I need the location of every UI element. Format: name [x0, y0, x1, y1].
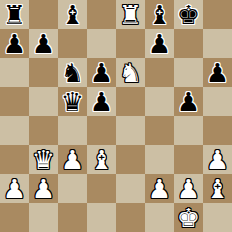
black-pawn[interactable]: ♟: [90, 60, 113, 86]
square-g7[interactable]: [174, 29, 203, 58]
square-h8[interactable]: [203, 0, 232, 29]
square-h1[interactable]: [203, 203, 232, 232]
square-h6[interactable]: ♟: [203, 58, 232, 87]
square-c5[interactable]: ♛: [58, 87, 87, 116]
white-pawn[interactable]: ♟: [148, 176, 171, 202]
square-e3[interactable]: [116, 145, 145, 174]
square-a2[interactable]: ♟: [0, 174, 29, 203]
square-a1[interactable]: [0, 203, 29, 232]
black-king[interactable]: ♚: [177, 2, 200, 28]
square-h4[interactable]: [203, 116, 232, 145]
square-b6[interactable]: [29, 58, 58, 87]
square-g4[interactable]: [174, 116, 203, 145]
square-b8[interactable]: [29, 0, 58, 29]
square-b5[interactable]: [29, 87, 58, 116]
black-bishop[interactable]: ♝: [148, 2, 171, 28]
black-pawn[interactable]: ♟: [148, 31, 171, 57]
square-h7[interactable]: [203, 29, 232, 58]
white-king[interactable]: ♚: [177, 205, 200, 231]
square-g3[interactable]: [174, 145, 203, 174]
square-e6[interactable]: ♞: [116, 58, 145, 87]
white-knight[interactable]: ♞: [119, 60, 142, 86]
white-queen[interactable]: ♛: [32, 147, 55, 173]
white-rook[interactable]: ♜: [119, 2, 142, 28]
square-g5[interactable]: ♟: [174, 87, 203, 116]
square-h2[interactable]: ♝: [203, 174, 232, 203]
square-e4[interactable]: [116, 116, 145, 145]
square-b1[interactable]: [29, 203, 58, 232]
square-g6[interactable]: [174, 58, 203, 87]
square-d1[interactable]: [87, 203, 116, 232]
white-pawn[interactable]: ♟: [177, 176, 200, 202]
square-e2[interactable]: [116, 174, 145, 203]
square-a4[interactable]: [0, 116, 29, 145]
square-g2[interactable]: ♟: [174, 174, 203, 203]
square-d3[interactable]: ♝: [87, 145, 116, 174]
square-f2[interactable]: ♟: [145, 174, 174, 203]
square-c1[interactable]: [58, 203, 87, 232]
square-e5[interactable]: [116, 87, 145, 116]
square-c8[interactable]: ♝: [58, 0, 87, 29]
square-c3[interactable]: ♟: [58, 145, 87, 174]
square-f8[interactable]: ♝: [145, 0, 174, 29]
square-c4[interactable]: [58, 116, 87, 145]
square-h3[interactable]: ♟: [203, 145, 232, 174]
square-b2[interactable]: ♟: [29, 174, 58, 203]
square-f6[interactable]: [145, 58, 174, 87]
square-g8[interactable]: ♚: [174, 0, 203, 29]
square-h5[interactable]: [203, 87, 232, 116]
square-d7[interactable]: [87, 29, 116, 58]
square-b4[interactable]: [29, 116, 58, 145]
black-knight[interactable]: ♞: [61, 60, 84, 86]
black-queen[interactable]: ♛: [61, 89, 84, 115]
black-pawn[interactable]: ♟: [3, 31, 26, 57]
white-pawn[interactable]: ♟: [3, 176, 26, 202]
square-c2[interactable]: [58, 174, 87, 203]
square-e7[interactable]: [116, 29, 145, 58]
square-f1[interactable]: [145, 203, 174, 232]
square-g1[interactable]: ♚: [174, 203, 203, 232]
square-e8[interactable]: ♜: [116, 0, 145, 29]
square-d2[interactable]: [87, 174, 116, 203]
square-f4[interactable]: [145, 116, 174, 145]
white-pawn[interactable]: ♟: [61, 147, 84, 173]
white-pawn[interactable]: ♟: [32, 176, 55, 202]
square-a7[interactable]: ♟: [0, 29, 29, 58]
square-d6[interactable]: ♟: [87, 58, 116, 87]
black-pawn[interactable]: ♟: [206, 60, 229, 86]
black-pawn[interactable]: ♟: [90, 89, 113, 115]
square-d5[interactable]: ♟: [87, 87, 116, 116]
chess-board: ♜♝♜♝♚♟♟♟♞♟♞♟♛♟♟♛♟♝♟♟♟♟♟♝♚: [0, 0, 232, 232]
black-rook[interactable]: ♜: [3, 2, 26, 28]
square-a3[interactable]: [0, 145, 29, 174]
white-bishop[interactable]: ♝: [206, 176, 229, 202]
square-f3[interactable]: [145, 145, 174, 174]
black-bishop[interactable]: ♝: [61, 2, 84, 28]
black-pawn[interactable]: ♟: [32, 31, 55, 57]
square-c6[interactable]: ♞: [58, 58, 87, 87]
black-pawn[interactable]: ♟: [177, 89, 200, 115]
square-a6[interactable]: [0, 58, 29, 87]
square-e1[interactable]: [116, 203, 145, 232]
square-d4[interactable]: [87, 116, 116, 145]
square-b7[interactable]: ♟: [29, 29, 58, 58]
white-bishop[interactable]: ♝: [90, 147, 113, 173]
square-a8[interactable]: ♜: [0, 0, 29, 29]
square-d8[interactable]: [87, 0, 116, 29]
square-f5[interactable]: [145, 87, 174, 116]
square-a5[interactable]: [0, 87, 29, 116]
square-c7[interactable]: [58, 29, 87, 58]
square-b3[interactable]: ♛: [29, 145, 58, 174]
square-f7[interactable]: ♟: [145, 29, 174, 58]
white-pawn[interactable]: ♟: [206, 147, 229, 173]
